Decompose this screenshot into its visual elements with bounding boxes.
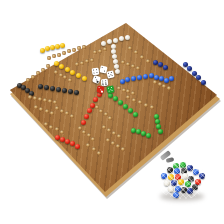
bag-marble-blue xyxy=(161,173,167,179)
bag-marble-navy xyxy=(199,173,205,179)
aggravation-board-product-photo xyxy=(0,0,224,224)
marble-bag xyxy=(0,0,224,224)
bag-marble-green xyxy=(185,181,191,187)
bag-marble-yellow xyxy=(178,179,184,185)
bag-marble-black xyxy=(167,167,173,173)
bag-tie-icon xyxy=(166,157,175,163)
bag-marble-white xyxy=(168,186,174,192)
bag-shadow xyxy=(160,192,204,201)
